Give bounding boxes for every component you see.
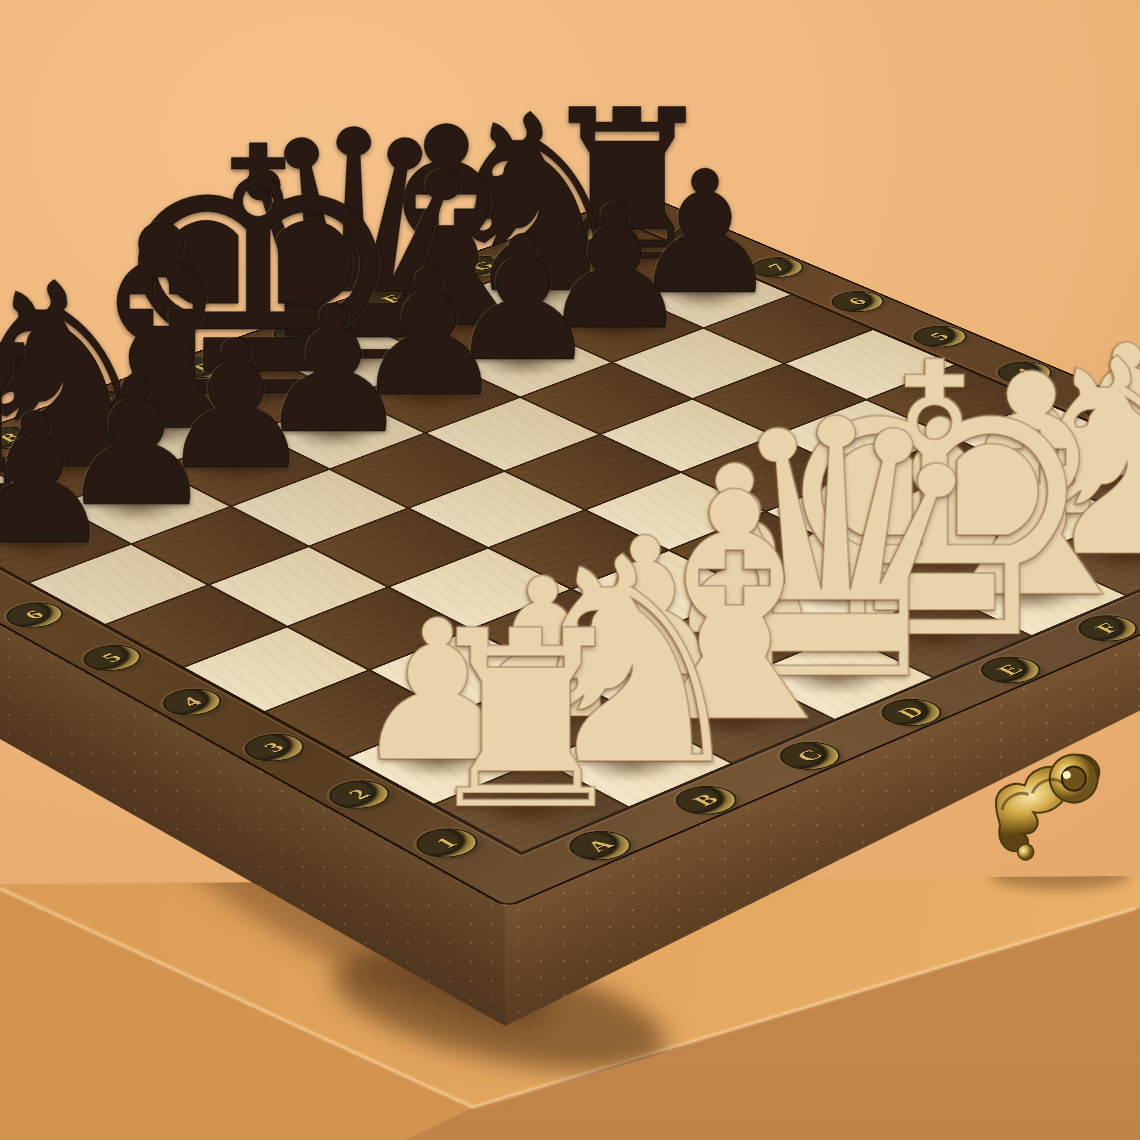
scene: AABBCCDDEEFFGGHH1122334455667788 ♜♞♝♚♛♝♞… <box>0 0 1140 1140</box>
